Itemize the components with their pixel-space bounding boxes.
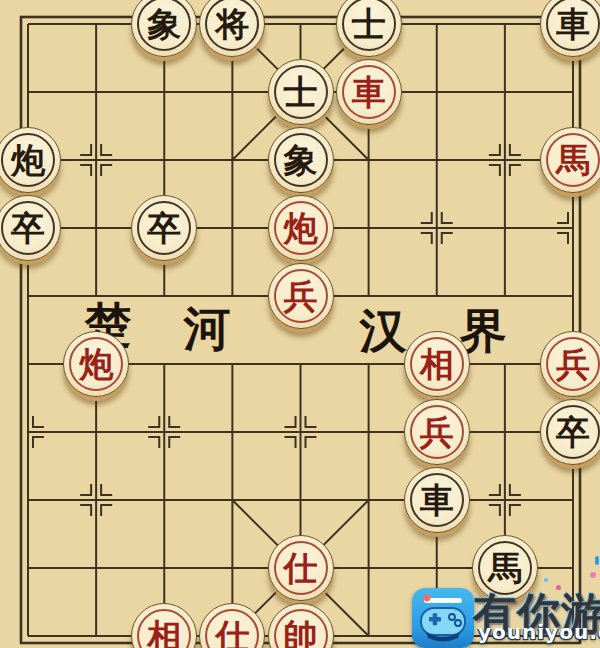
piece-red-soldier[interactable]: 兵 (404, 399, 470, 465)
piece-glyph: 象 (269, 128, 333, 192)
piece-glyph: 卒 (132, 196, 196, 260)
piece-red-advisor[interactable]: 仕 (268, 535, 334, 601)
piece-black-advisor[interactable]: 士 (268, 59, 334, 125)
piece-red-general[interactable]: 帥 (268, 603, 334, 648)
piece-red-cannon[interactable]: 炮 (63, 331, 129, 397)
piece-glyph: 士 (269, 60, 333, 124)
piece-glyph: 兵 (405, 400, 469, 464)
piece-black-elephant[interactable]: 象 (268, 127, 334, 193)
piece-black-elephant[interactable]: 象 (131, 0, 197, 57)
piece-glyph: 車 (405, 468, 469, 532)
river-text-he: 河 (184, 298, 231, 361)
piece-red-elephant[interactable]: 相 (131, 603, 197, 648)
piece-glyph: 卒 (541, 400, 600, 464)
piece-glyph: 炮 (64, 332, 128, 396)
xiangqi-board[interactable]: 楚 河 汉 界 象将士車士車炮象馬卒卒炮兵炮相兵兵卒車仕馬相仕帥 有你游 you… (0, 0, 600, 648)
piece-black-soldier[interactable]: 卒 (0, 195, 61, 261)
piece-glyph: 相 (132, 604, 196, 648)
piece-red-soldier[interactable]: 兵 (268, 263, 334, 329)
piece-glyph: 炮 (269, 196, 333, 260)
piece-red-chariot[interactable]: 車 (336, 59, 402, 125)
piece-red-horse[interactable]: 馬 (540, 127, 600, 193)
piece-black-cannon[interactable]: 炮 (0, 127, 61, 193)
piece-glyph: 馬 (541, 128, 600, 192)
piece-black-chariot[interactable]: 車 (540, 0, 600, 57)
piece-glyph: 帥 (269, 604, 333, 648)
piece-glyph: 車 (337, 60, 401, 124)
piece-red-soldier[interactable]: 兵 (540, 331, 600, 397)
piece-glyph: 仕 (200, 604, 264, 648)
piece-black-horse[interactable]: 馬 (472, 535, 538, 601)
piece-glyph: 仕 (269, 536, 333, 600)
piece-glyph: 士 (337, 0, 401, 56)
piece-glyph: 象 (132, 0, 196, 56)
piece-black-soldier[interactable]: 卒 (131, 195, 197, 261)
piece-glyph: 相 (405, 332, 469, 396)
piece-glyph: 車 (541, 0, 600, 56)
piece-glyph: 兵 (269, 264, 333, 328)
piece-red-advisor[interactable]: 仕 (199, 603, 265, 648)
river-text-han: 汉 (360, 300, 407, 363)
piece-glyph: 兵 (541, 332, 600, 396)
piece-red-elephant[interactable]: 相 (404, 331, 470, 397)
piece-black-chariot[interactable]: 車 (404, 467, 470, 533)
piece-black-advisor[interactable]: 士 (336, 0, 402, 57)
piece-glyph: 炮 (0, 128, 60, 192)
piece-glyph: 将 (200, 0, 264, 56)
piece-black-general[interactable]: 将 (199, 0, 265, 57)
piece-glyph: 卒 (0, 196, 60, 260)
piece-glyph: 馬 (473, 536, 537, 600)
piece-red-cannon[interactable]: 炮 (268, 195, 334, 261)
piece-black-soldier[interactable]: 卒 (540, 399, 600, 465)
